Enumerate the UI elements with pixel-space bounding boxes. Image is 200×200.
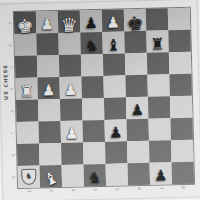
square-r6c7[interactable] bbox=[148, 118, 171, 141]
square-r3c5[interactable] bbox=[103, 53, 126, 76]
square-r4c4[interactable] bbox=[81, 76, 104, 99]
square-r7c2[interactable] bbox=[39, 143, 62, 166]
square-r7c7[interactable] bbox=[149, 140, 172, 163]
square-r2c5[interactable]: ♝ bbox=[102, 31, 125, 54]
white-pawn[interactable]: ♟ bbox=[61, 123, 83, 144]
square-r3c3[interactable] bbox=[59, 54, 82, 77]
square-r1c6[interactable]: ♚ bbox=[124, 9, 147, 32]
bottom-coord-label: 6 bbox=[136, 178, 142, 200]
square-r7c5[interactable] bbox=[105, 141, 128, 164]
square-r7c3[interactable] bbox=[61, 142, 84, 165]
vinyl-board-mat: US CHESS abcdefgh ♚♟♛♟♟♚♞♝♜♜♟♟♟♟♟♞♝♞♟ 12… bbox=[0, 0, 200, 200]
square-r4c8[interactable] bbox=[169, 74, 192, 97]
bottom-coord-label: 1 bbox=[26, 180, 32, 200]
square-r6c5[interactable]: ♟ bbox=[104, 119, 127, 142]
square-r5c1[interactable] bbox=[16, 100, 39, 123]
square-r4c7[interactable] bbox=[147, 74, 170, 97]
square-r5c2[interactable] bbox=[38, 99, 61, 122]
square-r3c6[interactable] bbox=[125, 53, 148, 76]
square-r1c7[interactable] bbox=[146, 8, 169, 31]
square-r3c8[interactable] bbox=[169, 52, 192, 75]
black-pawn[interactable]: ♟ bbox=[150, 165, 172, 186]
square-r7c8[interactable] bbox=[171, 140, 194, 163]
square-r1c3[interactable]: ♛ bbox=[58, 10, 81, 33]
square-r4c2[interactable]: ♟ bbox=[37, 77, 60, 100]
black-knight[interactable]: ♞ bbox=[80, 35, 104, 56]
square-r8c4[interactable]: ♞ bbox=[84, 164, 107, 187]
black-king[interactable]: ♚ bbox=[123, 13, 147, 34]
square-r5c5[interactable] bbox=[104, 97, 127, 120]
square-r1c2[interactable]: ♟ bbox=[36, 11, 59, 34]
square-r1c1[interactable]: ♚ bbox=[14, 12, 37, 35]
square-r2c7[interactable]: ♜ bbox=[146, 30, 169, 53]
white-queen[interactable]: ♛ bbox=[58, 15, 80, 34]
square-r5c7[interactable] bbox=[148, 96, 171, 119]
white-pawn[interactable]: ♟ bbox=[37, 80, 59, 101]
square-r1c4[interactable]: ♟ bbox=[80, 10, 103, 33]
square-r5c3[interactable] bbox=[60, 98, 83, 121]
square-r5c6[interactable]: ♟ bbox=[126, 97, 149, 120]
white-pawn[interactable]: ♟ bbox=[59, 79, 81, 100]
square-r8c2[interactable]: ♝ bbox=[40, 165, 63, 188]
square-r2c2[interactable] bbox=[36, 33, 59, 56]
bottom-coord-label: 8 bbox=[180, 176, 186, 198]
square-r5c8[interactable] bbox=[170, 96, 193, 119]
square-r6c2[interactable] bbox=[38, 121, 61, 144]
black-pawn[interactable]: ♟ bbox=[105, 122, 127, 143]
white-pawn[interactable]: ♟ bbox=[36, 14, 58, 35]
black-pawn[interactable]: ♟ bbox=[80, 13, 102, 34]
square-r7c6[interactable] bbox=[127, 141, 150, 164]
square-r6c3[interactable]: ♟ bbox=[60, 120, 83, 143]
square-r6c4[interactable] bbox=[82, 120, 105, 143]
square-r6c1[interactable] bbox=[17, 122, 40, 145]
black-pawn[interactable]: ♟ bbox=[126, 100, 148, 121]
square-r1c8[interactable] bbox=[168, 8, 191, 31]
square-r8c7[interactable]: ♟ bbox=[150, 162, 173, 185]
square-r4c6[interactable] bbox=[125, 75, 148, 98]
square-r1c5[interactable]: ♟ bbox=[102, 9, 125, 32]
white-rook[interactable]: ♜ bbox=[16, 82, 38, 102]
square-r4c1[interactable]: ♜ bbox=[15, 78, 38, 101]
square-r4c3[interactable]: ♟ bbox=[59, 76, 82, 99]
square-r7c1[interactable] bbox=[17, 144, 40, 167]
square-r3c7[interactable] bbox=[147, 52, 170, 75]
white-king[interactable]: ♚ bbox=[13, 16, 37, 36]
square-r3c2[interactable] bbox=[37, 55, 60, 78]
chess-board-grid: ♚♟♛♟♟♚♞♝♜♜♟♟♟♟♟♞♝♞♟ bbox=[14, 8, 194, 188]
square-r5c4[interactable] bbox=[82, 98, 105, 121]
bottom-coord-label: 5 bbox=[114, 178, 120, 200]
white-pawn[interactable]: ♟ bbox=[102, 12, 124, 33]
square-r3c4[interactable] bbox=[81, 54, 104, 77]
black-rook[interactable]: ♜ bbox=[146, 34, 168, 54]
square-r6c6[interactable] bbox=[126, 119, 149, 142]
black-knight[interactable]: ♞ bbox=[83, 167, 106, 187]
square-r3c1[interactable] bbox=[15, 56, 38, 79]
square-r7c4[interactable] bbox=[83, 142, 106, 165]
square-r2c8[interactable] bbox=[168, 30, 191, 53]
chessboard-photo: US CHESS abcdefgh ♚♟♛♟♟♚♞♝♜♜♟♟♟♟♟♞♝♞♟ 12… bbox=[0, 0, 200, 200]
square-r2c4[interactable]: ♞ bbox=[80, 32, 103, 55]
square-r6c8[interactable] bbox=[170, 118, 193, 141]
black-bishop[interactable]: ♝ bbox=[102, 35, 124, 55]
square-r4c5[interactable] bbox=[103, 75, 126, 98]
bottom-coord-label: 3 bbox=[70, 179, 76, 200]
